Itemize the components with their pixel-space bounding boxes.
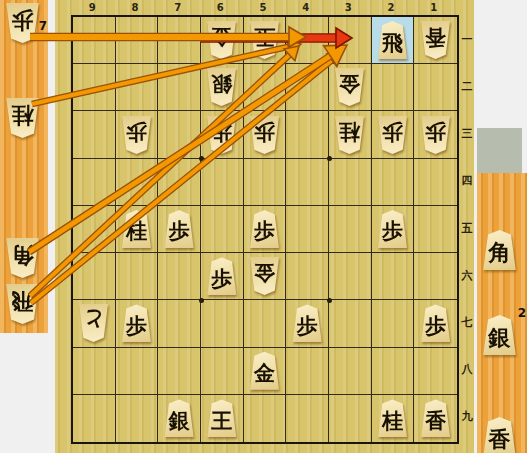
piece-sente[interactable]: 王 — [205, 399, 238, 437]
file-label-2: 2 — [370, 1, 413, 14]
square-7-7[interactable] — [158, 300, 201, 347]
piece-kanji: 銀 — [163, 399, 196, 437]
square-6-3[interactable]: 歩 — [201, 111, 244, 158]
piece-kanji: 歩 — [120, 116, 153, 154]
piece-sente[interactable]: 桂 — [376, 399, 409, 437]
square-8-8[interactable] — [116, 348, 159, 395]
square-1-5[interactable] — [414, 206, 457, 253]
piece-kanji: 飛 — [4, 284, 41, 324]
hand-piece-sente[interactable]: 銀 — [481, 315, 518, 355]
square-5-5[interactable]: 歩 — [244, 206, 287, 253]
square-8-1[interactable] — [116, 17, 159, 64]
square-6-2[interactable]: 銀 — [201, 64, 244, 111]
piece-kanji: 歩 — [419, 116, 452, 154]
square-3-9[interactable] — [329, 395, 372, 442]
piece-sente[interactable]: 歩 — [419, 304, 452, 342]
square-7-3[interactable] — [158, 111, 201, 158]
square-1-8[interactable] — [414, 348, 457, 395]
square-3-5[interactable] — [329, 206, 372, 253]
piece-kanji: 金 — [248, 352, 281, 390]
square-2-5[interactable]: 歩 — [372, 206, 415, 253]
square-4-6[interactable] — [286, 253, 329, 300]
square-3-4[interactable] — [329, 159, 372, 206]
square-2-3[interactable]: 歩 — [372, 111, 415, 158]
piece-gote[interactable]: 玉 — [248, 21, 281, 59]
rank-label-7: 七 — [459, 315, 475, 330]
file-label-9: 9 — [71, 1, 114, 14]
square-2-9[interactable]: 桂 — [372, 395, 415, 442]
piece-kanji: 桂 — [120, 210, 153, 248]
piece-kanji: と — [77, 304, 110, 342]
rank-label-4: 四 — [459, 173, 475, 188]
square-1-3[interactable]: 歩 — [414, 111, 457, 158]
star-point — [199, 298, 204, 303]
square-3-8[interactable] — [329, 348, 372, 395]
gote-hand-tray: 歩7桂角飛 — [0, 0, 48, 333]
square-4-2[interactable] — [286, 64, 329, 111]
piece-kanji: 歩 — [163, 210, 196, 248]
piece-kanji: 王 — [205, 399, 238, 437]
square-9-1[interactable] — [73, 17, 116, 64]
square-2-8[interactable] — [372, 348, 415, 395]
piece-gote[interactable]: 金 — [248, 257, 281, 295]
square-1-1[interactable]: 香 — [414, 17, 457, 64]
piece-gote[interactable]: 歩 — [376, 116, 409, 154]
square-5-4[interactable] — [244, 159, 287, 206]
file-label-8: 8 — [114, 1, 157, 14]
square-4-4[interactable] — [286, 159, 329, 206]
piece-sente[interactable]: 歩 — [205, 257, 238, 295]
square-9-9[interactable] — [73, 395, 116, 442]
square-2-2[interactable] — [372, 64, 415, 111]
piece-kanji: 銀 — [205, 68, 238, 106]
square-8-9[interactable] — [116, 395, 159, 442]
piece-kanji: 歩 — [248, 210, 281, 248]
square-8-6[interactable] — [116, 253, 159, 300]
file-label-6: 6 — [199, 1, 242, 14]
hand-piece-gote[interactable]: 歩 — [4, 3, 41, 43]
file-label-7: 7 — [156, 1, 199, 14]
square-1-7[interactable]: 歩 — [414, 300, 457, 347]
piece-gote[interactable]: 金 — [205, 21, 238, 59]
square-9-7[interactable]: と — [73, 300, 116, 347]
piece-kanji: 歩 — [120, 304, 153, 342]
square-3-2[interactable]: 金 — [329, 64, 372, 111]
piece-kanji: 飛 — [376, 21, 409, 59]
star-point — [327, 298, 332, 303]
square-4-3[interactable] — [286, 111, 329, 158]
piece-sente[interactable]: 歩 — [163, 210, 196, 248]
rank-label-2: 二 — [459, 79, 475, 94]
square-5-8[interactable]: 金 — [244, 348, 287, 395]
square-4-7[interactable]: 歩 — [286, 300, 329, 347]
square-6-4[interactable] — [201, 159, 244, 206]
file-label-4: 4 — [284, 1, 327, 14]
square-3-1[interactable] — [329, 17, 372, 64]
square-1-9[interactable]: 香 — [414, 395, 457, 442]
square-3-6[interactable] — [329, 253, 372, 300]
piece-kanji: 桂 — [333, 116, 366, 154]
piece-sente[interactable]: 歩 — [291, 304, 324, 342]
rank-label-3: 三 — [459, 126, 475, 141]
square-6-8[interactable] — [201, 348, 244, 395]
square-5-1[interactable]: 玉 — [244, 17, 287, 64]
square-8-2[interactable] — [116, 64, 159, 111]
square-3-7[interactable] — [329, 300, 372, 347]
hand-count: 2 — [518, 306, 526, 320]
piece-kanji: 金 — [248, 257, 281, 295]
square-9-2[interactable] — [73, 64, 116, 111]
piece-kanji: 桂 — [376, 399, 409, 437]
square-9-4[interactable] — [73, 159, 116, 206]
piece-sente[interactable]: 桂 — [120, 210, 153, 248]
hand-count: 7 — [39, 19, 47, 33]
shogi-board: 金玉飛香銀金歩歩歩桂歩歩桂歩歩歩歩金と歩歩歩金銀王桂香 — [71, 15, 459, 444]
piece-gote[interactable]: 歩 — [248, 116, 281, 154]
square-5-6[interactable]: 金 — [244, 253, 287, 300]
square-5-9[interactable] — [244, 395, 287, 442]
square-7-9[interactable]: 銀 — [158, 395, 201, 442]
file-label-5: 5 — [242, 1, 285, 14]
square-2-6[interactable] — [372, 253, 415, 300]
hand-piece-sente[interactable]: 角 — [481, 230, 518, 270]
piece-gote[interactable]: 歩 — [205, 116, 238, 154]
file-label-1: 1 — [412, 1, 455, 14]
square-7-5[interactable]: 歩 — [158, 206, 201, 253]
star-point — [199, 156, 204, 161]
empty-slot — [477, 128, 522, 173]
hand-piece-gote[interactable]: 桂 — [4, 98, 41, 138]
square-1-6[interactable] — [414, 253, 457, 300]
piece-kanji: 歩 — [376, 210, 409, 248]
piece-gote[interactable]: 香 — [419, 21, 452, 59]
piece-kanji: 歩 — [205, 116, 238, 154]
piece-kanji: 銀 — [481, 315, 518, 355]
square-9-5[interactable] — [73, 206, 116, 253]
square-7-8[interactable] — [158, 348, 201, 395]
square-4-9[interactable] — [286, 395, 329, 442]
star-point — [327, 156, 332, 161]
square-2-7[interactable] — [372, 300, 415, 347]
piece-kanji: 角 — [4, 238, 41, 278]
piece-kanji: 金 — [205, 21, 238, 59]
piece-gote[interactable]: 歩 — [120, 116, 153, 154]
file-label-3: 3 — [327, 1, 370, 14]
square-8-4[interactable] — [116, 159, 159, 206]
shogi-app: 987654321 一二三四五六七八九 金玉飛香銀金歩歩歩桂歩歩桂歩歩歩歩金と歩… — [0, 0, 527, 453]
piece-kanji: 香 — [419, 399, 452, 437]
square-7-6[interactable] — [158, 253, 201, 300]
piece-sente[interactable]: 金 — [248, 352, 281, 390]
square-6-7[interactable] — [201, 300, 244, 347]
piece-gote[interactable]: 金 — [333, 68, 366, 106]
piece-kanji: 歩 — [248, 116, 281, 154]
hand-piece-gote[interactable]: 角 — [4, 238, 41, 278]
piece-sente[interactable]: 飛 — [376, 21, 409, 59]
rank-label-1: 一 — [459, 32, 475, 47]
piece-kanji: 金 — [333, 68, 366, 106]
square-5-3[interactable]: 歩 — [244, 111, 287, 158]
square-2-4[interactable] — [372, 159, 415, 206]
square-7-1[interactable] — [158, 17, 201, 64]
square-6-5[interactable] — [201, 206, 244, 253]
square-4-5[interactable] — [286, 206, 329, 253]
square-5-2[interactable] — [244, 64, 287, 111]
rank-label-9: 九 — [459, 409, 475, 424]
piece-kanji: 歩 — [4, 3, 41, 43]
rank-label-5: 五 — [459, 221, 475, 236]
piece-kanji: 玉 — [248, 21, 281, 59]
square-9-8[interactable] — [73, 348, 116, 395]
piece-kanji: 桂 — [4, 98, 41, 138]
rank-label-8: 八 — [459, 362, 475, 377]
square-9-6[interactable] — [73, 253, 116, 300]
piece-sente[interactable]: 銀 — [163, 399, 196, 437]
square-4-8[interactable] — [286, 348, 329, 395]
square-9-3[interactable] — [73, 111, 116, 158]
piece-sente[interactable]: 歩 — [248, 210, 281, 248]
piece-gote[interactable]: 歩 — [419, 116, 452, 154]
square-1-2[interactable] — [414, 64, 457, 111]
square-7-2[interactable] — [158, 64, 201, 111]
piece-kanji: 香 — [481, 417, 518, 453]
piece-gote[interactable]: 銀 — [205, 68, 238, 106]
piece-sente[interactable]: 歩 — [120, 304, 153, 342]
piece-kanji: 歩 — [205, 257, 238, 295]
sente-hand-tray: 角銀2香歩4 — [477, 173, 527, 453]
piece-kanji: 香 — [419, 21, 452, 59]
square-6-6[interactable]: 歩 — [201, 253, 244, 300]
square-8-5[interactable]: 桂 — [116, 206, 159, 253]
board-panel: 987654321 一二三四五六七八九 金玉飛香銀金歩歩歩桂歩歩桂歩歩歩歩金と歩… — [55, 0, 474, 453]
square-6-1[interactable]: 金 — [201, 17, 244, 64]
piece-kanji: 角 — [481, 230, 518, 270]
piece-sente[interactable]: 歩 — [376, 210, 409, 248]
square-4-1[interactable] — [286, 17, 329, 64]
square-5-7[interactable] — [244, 300, 287, 347]
square-1-4[interactable] — [414, 159, 457, 206]
square-7-4[interactable] — [158, 159, 201, 206]
piece-kanji: 歩 — [376, 116, 409, 154]
piece-sente[interactable]: 香 — [419, 399, 452, 437]
hand-piece-gote[interactable]: 飛 — [4, 284, 41, 324]
piece-kanji: 歩 — [419, 304, 452, 342]
piece-gote[interactable]: 桂 — [333, 116, 366, 154]
piece-gote[interactable]: と — [77, 304, 110, 342]
square-2-1[interactable]: 飛 — [372, 17, 415, 64]
square-8-7[interactable]: 歩 — [116, 300, 159, 347]
piece-kanji: 歩 — [291, 304, 324, 342]
rank-label-6: 六 — [459, 268, 475, 283]
hand-piece-sente[interactable]: 香 — [481, 417, 518, 453]
square-6-9[interactable]: 王 — [201, 395, 244, 442]
square-8-3[interactable]: 歩 — [116, 111, 159, 158]
square-3-3[interactable]: 桂 — [329, 111, 372, 158]
